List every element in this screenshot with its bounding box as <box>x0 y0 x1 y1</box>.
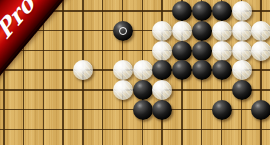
white-stone <box>172 21 192 41</box>
black-stone <box>192 60 212 80</box>
white-stone <box>232 41 252 61</box>
black-stone <box>212 60 232 80</box>
white-stone <box>232 21 252 41</box>
black-stone <box>172 60 192 80</box>
black-stone <box>113 21 133 41</box>
black-stone <box>133 100 153 120</box>
last-move-marker <box>119 27 128 36</box>
black-stone <box>172 1 192 21</box>
white-stone <box>232 60 252 80</box>
white-stone <box>152 21 172 41</box>
black-stone <box>192 21 212 41</box>
go-app-banner: Pro <box>0 0 270 145</box>
white-stone <box>251 41 270 61</box>
black-stone <box>232 80 252 100</box>
black-stone <box>133 80 153 100</box>
black-stone <box>212 100 232 120</box>
white-stone <box>152 80 172 100</box>
pro-ribbon: Pro <box>0 0 100 100</box>
black-stone <box>192 1 212 21</box>
white-stone <box>113 60 133 80</box>
white-stone <box>251 21 270 41</box>
white-stone <box>152 41 172 61</box>
black-stone <box>251 100 270 120</box>
white-stone <box>113 80 133 100</box>
black-stone <box>212 1 232 21</box>
black-stone <box>172 41 192 61</box>
ribbon-label: Pro <box>0 0 39 44</box>
white-stone <box>212 21 232 41</box>
ribbon-band: Pro <box>0 0 100 94</box>
black-stone <box>192 41 212 61</box>
white-stone <box>133 60 153 80</box>
white-stone <box>232 1 252 21</box>
black-stone <box>152 100 172 120</box>
black-stone <box>152 60 172 80</box>
white-stone <box>212 41 232 61</box>
